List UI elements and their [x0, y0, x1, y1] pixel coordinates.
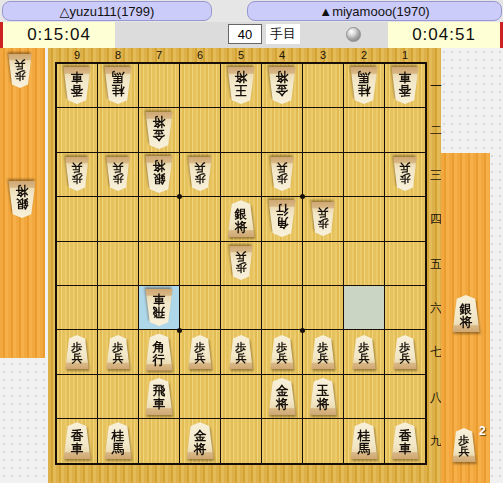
hoshi-dot	[177, 328, 182, 333]
cell-7三[interactable]: 銀将	[139, 153, 179, 196]
cell-2七[interactable]: 歩兵	[344, 330, 384, 373]
cell-4四[interactable]: 角行	[262, 197, 302, 240]
cell-2九[interactable]: 桂馬	[344, 419, 384, 462]
rank-label-一: 一	[429, 64, 443, 108]
piece-桂馬-gote[interactable]: 桂馬	[103, 67, 133, 104]
cell-4三[interactable]: 歩兵	[262, 153, 302, 196]
cell-3五[interactable]	[303, 242, 343, 285]
cell-5二[interactable]	[221, 108, 261, 151]
hoshi-dot	[300, 328, 305, 333]
piece-歩兵-gote[interactable]: 歩兵	[105, 157, 131, 191]
move-number-input[interactable]	[228, 24, 262, 44]
piece-歩兵-sente[interactable]: 歩兵	[105, 335, 131, 369]
rank-label-二: 二	[429, 108, 443, 152]
cell-9九[interactable]: 香車	[57, 419, 97, 462]
cell-9六[interactable]	[57, 286, 97, 329]
gote-clock: 0:15:04	[0, 22, 115, 48]
file-label-3: 3	[303, 48, 343, 62]
piece-歩兵-gote[interactable]: 歩兵	[64, 157, 90, 191]
file-label-6: 6	[180, 48, 220, 62]
piece-飛車-gote[interactable]: 飛車	[144, 289, 174, 326]
piece-銀将-gote[interactable]: 銀将	[144, 156, 174, 193]
piece-歩兵-gote[interactable]: 歩兵	[269, 157, 295, 191]
cell-6七[interactable]: 歩兵	[180, 330, 220, 373]
piece-王将-gote[interactable]: 王将	[226, 67, 256, 104]
cell-9五[interactable]	[57, 242, 97, 285]
piece-角行-gote[interactable]: 角行	[267, 200, 297, 237]
sente-clock: 0:04:51	[388, 22, 503, 48]
file-label-9: 9	[57, 48, 97, 62]
piece-歩兵-gote[interactable]: 歩兵	[392, 157, 418, 191]
cell-8九[interactable]: 桂馬	[98, 419, 138, 462]
piece-歩兵-sente[interactable]: 歩兵	[228, 335, 254, 369]
cell-6八[interactable]	[180, 375, 220, 418]
cell-7五[interactable]	[139, 242, 179, 285]
cell-9四[interactable]	[57, 197, 97, 240]
cell-1四[interactable]	[385, 197, 425, 240]
cell-9七[interactable]: 歩兵	[57, 330, 97, 373]
cell-6三[interactable]: 歩兵	[180, 153, 220, 196]
cell-6五[interactable]	[180, 242, 220, 285]
cell-4七[interactable]: 歩兵	[262, 330, 302, 373]
piece-歩兵-gote[interactable]: 歩兵	[187, 157, 213, 191]
cell-8七[interactable]: 歩兵	[98, 330, 138, 373]
clock-row: 0:15:04 手目 0:04:51	[0, 22, 503, 48]
cell-1五[interactable]	[385, 242, 425, 285]
cell-3二[interactable]	[303, 108, 343, 151]
piece-金将-gote[interactable]: 金将	[267, 67, 297, 104]
cell-1三[interactable]: 歩兵	[385, 153, 425, 196]
cell-5四[interactable]: 銀将	[221, 197, 261, 240]
piece-歩兵-sente[interactable]: 歩兵	[310, 335, 336, 369]
shogi-app: △yuzu111(1799) ▲miyamooo(1970) 0:15:04 手…	[0, 0, 503, 483]
piece-玉将-sente[interactable]: 玉将	[308, 378, 338, 415]
cell-1一[interactable]: 香車	[385, 64, 425, 107]
cell-7八[interactable]: 飛車	[139, 375, 179, 418]
piece-銀将-sente[interactable]: 銀将	[451, 295, 481, 332]
cell-4二[interactable]	[262, 108, 302, 151]
cell-2八[interactable]	[344, 375, 384, 418]
piece-歩兵-sente[interactable]: 歩兵	[392, 335, 418, 369]
cell-3八[interactable]: 玉将	[303, 375, 343, 418]
cell-3九[interactable]	[303, 419, 343, 462]
cell-2三[interactable]	[344, 153, 384, 196]
piece-歩兵-gote[interactable]: 歩兵	[310, 202, 336, 236]
cell-2五[interactable]	[344, 242, 384, 285]
piece-歩兵-sente[interactable]: 歩兵	[269, 335, 295, 369]
piece-歩兵-gote[interactable]: 歩兵	[228, 246, 254, 280]
piece-歩兵-gote[interactable]: 歩兵	[7, 54, 33, 88]
piece-歩兵-sente[interactable]: 歩兵	[64, 335, 90, 369]
cell-1二[interactable]	[385, 108, 425, 151]
cell-6四[interactable]	[180, 197, 220, 240]
cell-8三[interactable]: 歩兵	[98, 153, 138, 196]
file-label-2: 2	[344, 48, 384, 62]
cell-1七[interactable]: 歩兵	[385, 330, 425, 373]
cell-1八[interactable]	[385, 375, 425, 418]
cell-8五[interactable]	[98, 242, 138, 285]
piece-香車-sente[interactable]: 香車	[62, 422, 92, 459]
player-header: △yuzu111(1799) ▲miyamooo(1970)	[0, 0, 503, 22]
cell-3六[interactable]	[303, 286, 343, 329]
file-label-1: 1	[385, 48, 425, 62]
piece-香車-sente[interactable]: 香車	[390, 422, 420, 459]
cell-4五[interactable]	[262, 242, 302, 285]
cell-7二[interactable]: 金将	[139, 108, 179, 151]
hand-count: 2	[479, 424, 486, 438]
cell-5九[interactable]	[221, 419, 261, 462]
cell-5三[interactable]	[221, 153, 261, 196]
gote-player-name: △yuzu111(1799)	[60, 4, 155, 19]
piece-歩兵-sente[interactable]: 歩兵	[187, 335, 213, 369]
cell-6九[interactable]: 金将	[180, 419, 220, 462]
cell-9八[interactable]	[57, 375, 97, 418]
cell-2四[interactable]	[344, 197, 384, 240]
cell-7六[interactable]: 飛車	[139, 286, 179, 329]
cell-6六[interactable]	[180, 286, 220, 329]
sente-player-bar[interactable]: ▲miyamooo(1970)	[247, 1, 502, 21]
gote-captured-tray: 歩兵銀将	[0, 48, 45, 358]
sente-captured-tray: 銀将歩兵2	[441, 153, 490, 483]
move-number-label: 手目	[266, 24, 300, 44]
piece-桂馬-sente[interactable]: 桂馬	[349, 422, 379, 459]
cell-8二[interactable]	[98, 108, 138, 151]
cell-6一[interactable]	[180, 64, 220, 107]
piece-桂馬-sente[interactable]: 桂馬	[103, 422, 133, 459]
piece-銀将-gote[interactable]: 銀将	[7, 181, 37, 218]
cell-3四[interactable]: 歩兵	[303, 197, 343, 240]
cell-3一[interactable]	[303, 64, 343, 107]
cell-7七[interactable]: 角行	[139, 330, 179, 373]
cell-5七[interactable]: 歩兵	[221, 330, 261, 373]
cell-1九[interactable]: 香車	[385, 419, 425, 462]
cell-8四[interactable]	[98, 197, 138, 240]
cell-2一[interactable]: 桂馬	[344, 64, 384, 107]
piece-角行-sente[interactable]: 角行	[144, 334, 174, 371]
piece-金将-sente[interactable]: 金将	[185, 422, 215, 459]
cell-5一[interactable]: 王将	[221, 64, 261, 107]
cell-3七[interactable]: 歩兵	[303, 330, 343, 373]
piece-金将-gote[interactable]: 金将	[144, 112, 174, 149]
file-label-8: 8	[98, 48, 138, 62]
gote-player-bar[interactable]: △yuzu111(1799)	[2, 1, 212, 21]
cell-7四[interactable]	[139, 197, 179, 240]
cell-7一[interactable]	[139, 64, 179, 107]
piece-桂馬-gote[interactable]: 桂馬	[349, 67, 379, 104]
cell-9二[interactable]	[57, 108, 97, 151]
file-label-4: 4	[262, 48, 302, 62]
piece-歩兵-sente[interactable]: 歩兵	[351, 335, 377, 369]
board-frame: 987654321 香車桂馬王将金将桂馬香車金将歩兵歩兵銀将歩兵歩兵歩兵銀将角行…	[48, 48, 441, 483]
cell-7九[interactable]	[139, 419, 179, 462]
piece-金将-sente[interactable]: 金将	[267, 378, 297, 415]
cell-5五[interactable]: 歩兵	[221, 242, 261, 285]
sente-player-name: ▲miyamooo(1970)	[319, 4, 429, 19]
cell-8六[interactable]	[98, 286, 138, 329]
piece-歩兵-sente[interactable]: 歩兵	[451, 428, 477, 462]
cell-9三[interactable]: 歩兵	[57, 153, 97, 196]
piece-香車-gote[interactable]: 香車	[62, 67, 92, 104]
cell-4八[interactable]: 金将	[262, 375, 302, 418]
file-labels: 987654321	[57, 48, 425, 62]
cell-3三[interactable]	[303, 153, 343, 196]
cell-1六[interactable]	[385, 286, 425, 329]
cell-2二[interactable]	[344, 108, 384, 151]
file-label-7: 7	[139, 48, 179, 62]
cell-4一[interactable]: 金将	[262, 64, 302, 107]
cell-8八[interactable]	[98, 375, 138, 418]
cell-5八[interactable]	[221, 375, 261, 418]
file-label-5: 5	[221, 48, 261, 62]
cell-8一[interactable]: 桂馬	[98, 64, 138, 107]
cell-2六[interactable]	[344, 286, 384, 329]
cell-5六[interactable]	[221, 286, 261, 329]
cell-9一[interactable]: 香車	[57, 64, 97, 107]
cell-6二[interactable]	[180, 108, 220, 151]
cell-4九[interactable]	[262, 419, 302, 462]
cell-4六[interactable]	[262, 286, 302, 329]
piece-飛車-sente[interactable]: 飛車	[144, 378, 174, 415]
piece-香車-gote[interactable]: 香車	[390, 67, 420, 104]
shogi-board: 香車桂馬王将金将桂馬香車金将歩兵歩兵銀将歩兵歩兵歩兵銀将角行歩兵歩兵飛車歩兵歩兵…	[55, 62, 427, 465]
status-orb-icon[interactable]	[346, 27, 361, 42]
piece-銀将-sente[interactable]: 銀将	[226, 200, 256, 237]
